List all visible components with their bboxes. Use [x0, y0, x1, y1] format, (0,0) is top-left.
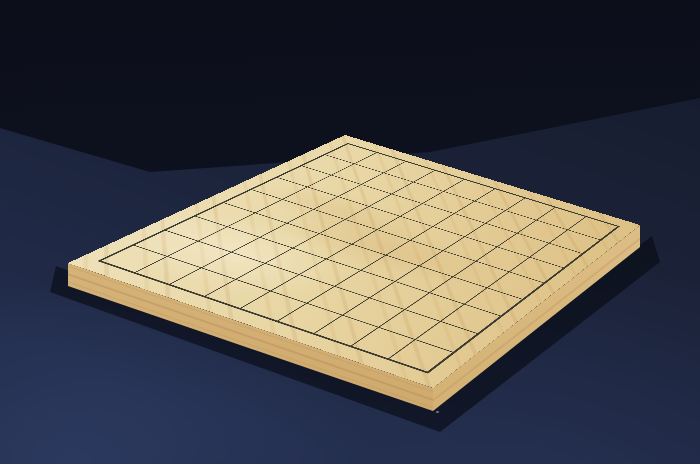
photo-canvas: [0, 0, 700, 464]
dust-speck: [436, 411, 439, 413]
